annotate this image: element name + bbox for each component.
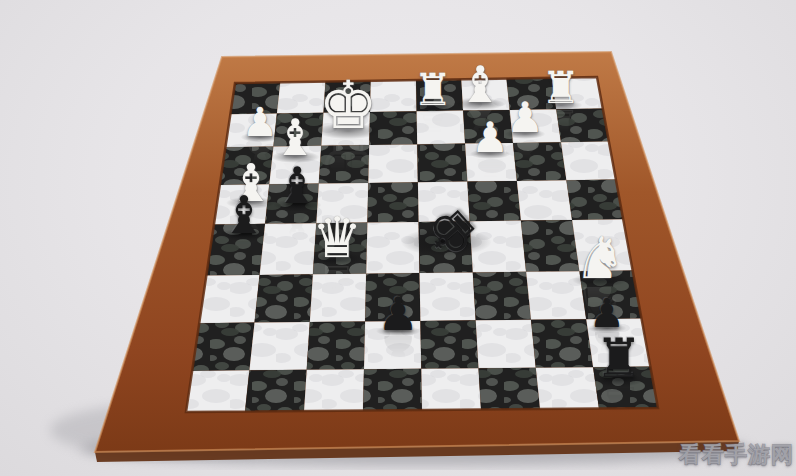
bishop-glyph: ♝: [275, 161, 320, 211]
square-g8[interactable]: [536, 367, 599, 409]
pawn-glyph: ♟: [471, 117, 509, 159]
chess-board: [0, 0, 796, 476]
square-c8[interactable]: [304, 369, 364, 411]
square-a8[interactable]: [186, 370, 249, 412]
rook-glyph: ♜: [541, 66, 580, 110]
bishop-glyph: ♝: [221, 189, 268, 241]
square-f6[interactable]: [473, 272, 531, 321]
square-f8[interactable]: [479, 368, 541, 410]
square-b7[interactable]: [249, 322, 309, 370]
square-g4[interactable]: [517, 180, 572, 220]
square-h4[interactable]: [566, 180, 623, 220]
square-e6[interactable]: [420, 272, 476, 321]
square-e7[interactable]: [420, 320, 478, 369]
square-e8[interactable]: [421, 368, 481, 410]
bishop-glyph: ♝: [273, 113, 318, 163]
pawn-glyph: ♟: [506, 97, 544, 139]
chess-scene: ♝♝♜♜♜♜♚♚♟♟♟♟♟♟♝♝♝♝♝♝♚♝♝♛♛♞♞♟♟♟♟♜♜ 看看手游网: [0, 0, 796, 476]
square-f7[interactable]: [476, 320, 536, 368]
square-b8[interactable]: [245, 370, 307, 412]
queen-glyph: ♛: [312, 210, 362, 266]
king-glyph: ♚: [318, 73, 377, 139]
square-h3[interactable]: [561, 142, 616, 181]
rook-glyph: ♜: [413, 68, 452, 112]
watermark: 看看手游网: [679, 440, 794, 470]
rook-glyph: ♜: [595, 332, 643, 386]
pawn-glyph: ♟: [377, 291, 418, 337]
square-a7[interactable]: [192, 323, 254, 371]
knight-glyph: ♞: [574, 229, 626, 287]
bishop-glyph: ♝: [458, 60, 503, 110]
square-g5[interactable]: [521, 220, 580, 272]
square-c7[interactable]: [307, 322, 365, 370]
